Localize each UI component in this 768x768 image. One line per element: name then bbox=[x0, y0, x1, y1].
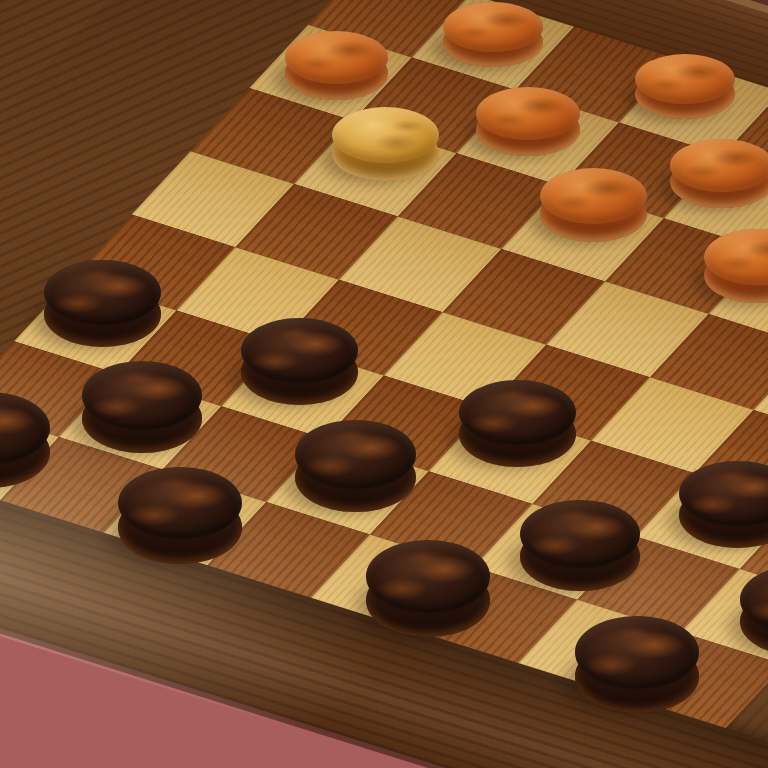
checkers-photo-scene bbox=[0, 0, 768, 768]
